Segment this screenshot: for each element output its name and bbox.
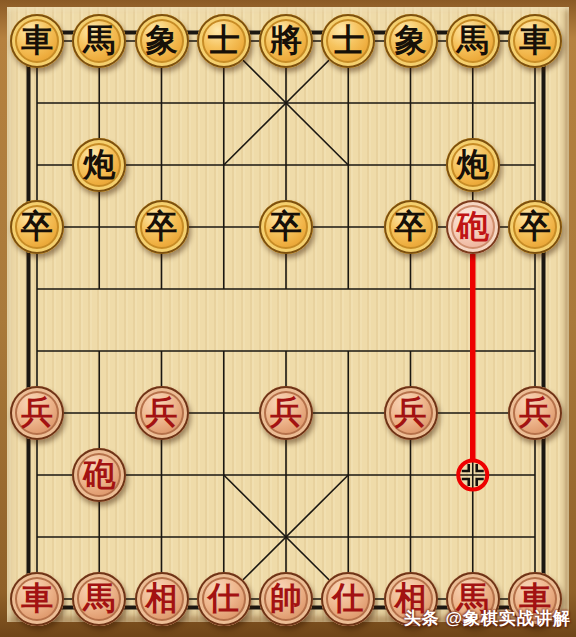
piece-glyph: 兵 <box>519 396 551 428</box>
piece-glyph: 卒 <box>519 210 551 242</box>
piece-glyph: 相 <box>146 582 178 614</box>
piece-glyph: 馬 <box>83 582 115 614</box>
piece-glyph: 馬 <box>457 24 489 56</box>
piece-red-soldier-a4[interactable]: 兵 <box>10 386 64 440</box>
piece-black-chariot-i10[interactable]: 車 <box>508 14 562 68</box>
piece-red-advisor-d1[interactable]: 仕 <box>197 572 251 626</box>
piece-black-elephant-g10[interactable]: 象 <box>384 14 438 68</box>
piece-red-soldier-c4[interactable]: 兵 <box>135 386 189 440</box>
piece-glyph: 炮 <box>83 148 115 180</box>
piece-red-cannon-b3[interactable]: 砲 <box>72 448 126 502</box>
piece-red-chariot-a1[interactable]: 車 <box>10 572 64 626</box>
piece-glyph: 卒 <box>146 210 178 242</box>
piece-red-soldier-e4[interactable]: 兵 <box>259 386 313 440</box>
piece-black-elephant-c10[interactable]: 象 <box>135 14 189 68</box>
piece-glyph: 兵 <box>146 396 178 428</box>
last-move-overlay <box>0 0 576 637</box>
piece-black-general-e10[interactable]: 將 <box>259 14 313 68</box>
piece-black-advisor-d10[interactable]: 士 <box>197 14 251 68</box>
piece-black-cannon-h8[interactable]: 炮 <box>446 138 500 192</box>
piece-red-cannon-h7[interactable]: 砲 <box>446 200 500 254</box>
piece-red-soldier-i4[interactable]: 兵 <box>508 386 562 440</box>
piece-glyph: 兵 <box>395 396 427 428</box>
piece-black-soldier-g7[interactable]: 卒 <box>384 200 438 254</box>
piece-red-horse-b1[interactable]: 馬 <box>72 572 126 626</box>
move-origin-circle <box>458 461 487 490</box>
piece-glyph: 兵 <box>270 396 302 428</box>
piece-glyph: 兵 <box>21 396 53 428</box>
piece-black-soldier-i7[interactable]: 卒 <box>508 200 562 254</box>
piece-black-cannon-b8[interactable]: 炮 <box>72 138 126 192</box>
piece-glyph: 車 <box>519 24 551 56</box>
piece-red-advisor-f1[interactable]: 仕 <box>321 572 375 626</box>
piece-glyph: 砲 <box>457 210 489 242</box>
piece-glyph: 車 <box>21 582 53 614</box>
piece-glyph: 仕 <box>208 582 240 614</box>
piece-glyph: 砲 <box>83 458 115 490</box>
piece-glyph: 士 <box>332 24 364 56</box>
xiangqi-board: 車馬象士將士象馬車炮炮卒卒卒卒卒砲兵兵兵兵兵砲車馬相仕帥仕相馬車 头条 @象棋实… <box>0 0 576 637</box>
piece-red-elephant-c1[interactable]: 相 <box>135 572 189 626</box>
piece-glyph: 卒 <box>21 210 53 242</box>
piece-glyph: 帥 <box>270 582 302 614</box>
piece-glyph: 炮 <box>457 148 489 180</box>
piece-glyph: 馬 <box>83 24 115 56</box>
piece-black-soldier-e7[interactable]: 卒 <box>259 200 313 254</box>
piece-black-horse-b10[interactable]: 馬 <box>72 14 126 68</box>
piece-black-chariot-a10[interactable]: 車 <box>10 14 64 68</box>
piece-glyph: 卒 <box>395 210 427 242</box>
watermark-text: 头条 @象棋实战讲解 <box>404 607 571 630</box>
piece-black-advisor-f10[interactable]: 士 <box>321 14 375 68</box>
piece-glyph: 車 <box>21 24 53 56</box>
piece-glyph: 將 <box>270 24 302 56</box>
piece-red-general-e1[interactable]: 帥 <box>259 572 313 626</box>
piece-black-horse-h10[interactable]: 馬 <box>446 14 500 68</box>
piece-glyph: 象 <box>146 24 178 56</box>
piece-black-soldier-c7[interactable]: 卒 <box>135 200 189 254</box>
piece-glyph: 象 <box>395 24 427 56</box>
piece-red-soldier-g4[interactable]: 兵 <box>384 386 438 440</box>
piece-glyph: 仕 <box>332 582 364 614</box>
piece-glyph: 卒 <box>270 210 302 242</box>
piece-glyph: 士 <box>208 24 240 56</box>
piece-black-soldier-a7[interactable]: 卒 <box>10 200 64 254</box>
